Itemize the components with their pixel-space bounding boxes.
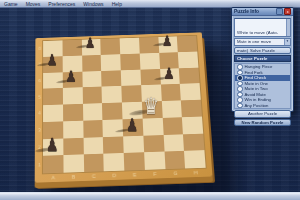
puzzle-option-any-position[interactable]: Any Position — [235, 103, 290, 109]
square-h6[interactable] — [179, 67, 200, 84]
close-icon[interactable]: x — [284, 8, 291, 15]
square-f2[interactable] — [143, 135, 164, 153]
puzzle-option-label: Find Fork — [245, 70, 263, 75]
square-h4[interactable] — [181, 100, 202, 117]
file-label-a: A — [43, 173, 63, 182]
square-b4[interactable] — [63, 104, 83, 121]
new-random-puzzle-button[interactable]: New Random Puzzle — [234, 119, 291, 127]
file-label-f: F — [145, 169, 166, 178]
square-c7[interactable] — [82, 55, 102, 72]
piece-black-pawn-b6[interactable]: ♟ — [66, 69, 77, 85]
rank-label-8: 8 — [36, 41, 43, 57]
radio-icon[interactable] — [237, 103, 243, 109]
square-h2[interactable] — [183, 133, 204, 151]
square-g4[interactable] — [161, 100, 182, 117]
piece-black-pawn-g8[interactable]: ♟ — [162, 33, 172, 47]
puzzle-option-label: Any Position — [245, 103, 269, 108]
rank-label-4: 4 — [36, 105, 43, 122]
puzzle-option-label: Find Check — [245, 75, 267, 80]
file-label-b: B — [63, 172, 83, 181]
file-label-h: H — [185, 168, 206, 177]
square-a1[interactable] — [43, 155, 63, 173]
desktop: GameMovesPreferencesWindowsHelp 87654321… — [0, 0, 300, 200]
square-e1[interactable] — [124, 152, 145, 170]
menu-preferences[interactable]: Preferences — [44, 1, 79, 7]
square-c3[interactable] — [83, 120, 103, 138]
file-label-d: D — [104, 171, 125, 180]
square-h3[interactable] — [182, 116, 203, 134]
square-g1[interactable] — [164, 151, 185, 169]
another-puzzle-button[interactable]: Another Puzzle — [234, 110, 291, 118]
menu-windows[interactable]: Windows — [79, 1, 107, 7]
piece-black-pawn-g6[interactable]: ♟ — [163, 66, 174, 82]
square-f3[interactable] — [142, 118, 163, 136]
scrollbar[interactable] — [286, 19, 290, 36]
square-e7[interactable] — [120, 53, 140, 70]
square-g3[interactable] — [162, 117, 183, 135]
file-label-g: G — [165, 168, 186, 177]
square-d1[interactable] — [104, 153, 125, 171]
square-e2[interactable] — [123, 135, 144, 153]
square-c5[interactable] — [82, 87, 102, 104]
palette-title: Puzzle Info — [234, 9, 275, 14]
square-b2[interactable] — [63, 137, 83, 155]
file-label-e: E — [124, 170, 145, 179]
puzzle-palette-window: Puzzle Info x White to move (Auto-mate) … — [231, 7, 294, 112]
square-b1[interactable] — [63, 155, 83, 173]
menu-moves[interactable]: Moves — [22, 1, 45, 7]
square-f7[interactable] — [139, 53, 159, 70]
palette-title-bar[interactable]: Puzzle Info x — [232, 8, 293, 16]
puzzle-option-label: Avoid Mate — [245, 92, 266, 97]
puzzle-type-list: Hanging PieceFind ForkFind CheckMate in … — [234, 63, 291, 109]
square-e6[interactable] — [121, 69, 141, 86]
piece-black-pawn-e3[interactable]: ♟ — [126, 117, 138, 134]
file-label-c: C — [84, 171, 105, 180]
square-h1[interactable] — [184, 150, 205, 168]
piece-black-pawn-a2[interactable]: ♟ — [46, 136, 59, 154]
square-g5[interactable] — [160, 84, 181, 101]
square-d3[interactable] — [103, 119, 123, 137]
square-d6[interactable] — [101, 70, 121, 87]
square-b5[interactable] — [63, 87, 83, 104]
choose-puzzle-header: Choose Puzzle — [234, 55, 291, 62]
square-c1[interactable] — [83, 154, 104, 172]
piece-black-pawn-c8[interactable]: ♟ — [85, 36, 95, 50]
square-f1[interactable] — [144, 152, 165, 170]
chevron-down-icon[interactable]: ▾ — [284, 39, 290, 45]
square-g2[interactable] — [163, 134, 184, 152]
puzzle-option-label: Hanging Piece — [245, 64, 273, 69]
square-h5[interactable] — [180, 83, 201, 100]
square-d2[interactable] — [103, 136, 124, 154]
square-a5[interactable] — [43, 88, 63, 105]
piece-black-pawn-a7[interactable]: ♟ — [46, 54, 56, 69]
rank-label-3: 3 — [36, 122, 43, 139]
square-a4[interactable] — [43, 105, 63, 122]
square-d5[interactable] — [102, 86, 122, 103]
square-h8[interactable] — [177, 36, 197, 52]
puzzle-option-label: Mate in One — [245, 81, 268, 86]
square-c4[interactable] — [82, 103, 102, 120]
square-e8[interactable] — [120, 38, 140, 54]
square-c2[interactable] — [83, 137, 103, 155]
menu-help[interactable]: Help — [108, 1, 126, 7]
square-e5[interactable] — [121, 85, 141, 102]
board-squares — [43, 36, 206, 174]
square-b3[interactable] — [63, 120, 83, 138]
puzzle-option-label: Mate in Two — [245, 86, 268, 91]
square-c6[interactable] — [82, 71, 102, 88]
status-bar — [0, 192, 300, 200]
minimize-icon[interactable] — [276, 8, 283, 15]
square-d7[interactable] — [101, 54, 121, 71]
square-d8[interactable] — [101, 38, 121, 54]
chess-board[interactable]: 87654321 ABCDEFGH — [35, 32, 213, 182]
puzzle-description-box[interactable]: White to move (Auto-mate) — [234, 18, 291, 37]
rank-label-6: 6 — [36, 73, 43, 89]
rank-label-5: 5 — [36, 89, 43, 106]
rank-label-1: 1 — [36, 156, 43, 174]
puzzle-option-label: Win in Ending — [245, 97, 272, 102]
square-h7[interactable] — [178, 51, 198, 68]
piece-white-queen-f4[interactable]: ♛ — [143, 95, 159, 118]
square-d4[interactable] — [102, 102, 122, 119]
menu-game[interactable]: Game — [0, 1, 22, 7]
